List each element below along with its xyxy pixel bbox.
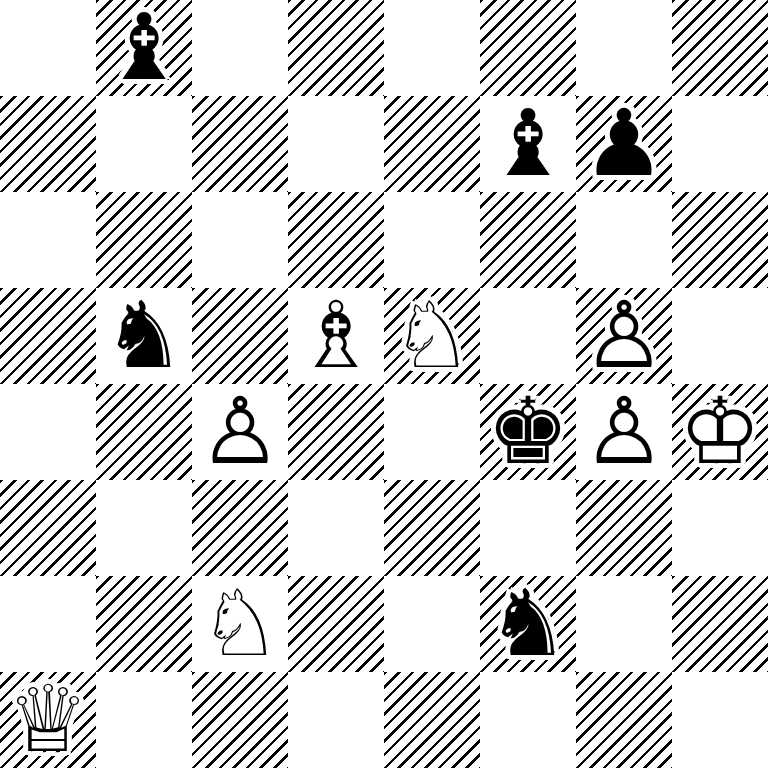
square-d8[interactable] xyxy=(288,0,384,96)
white-king-icon: ♔ xyxy=(672,384,768,480)
white-pawn-icon: ♙ xyxy=(576,288,672,384)
square-a3[interactable] xyxy=(0,480,96,576)
square-d7[interactable] xyxy=(288,96,384,192)
square-c1[interactable] xyxy=(192,672,288,768)
square-c6[interactable] xyxy=(192,192,288,288)
square-b8[interactable]: ♝♝ xyxy=(96,0,192,96)
piece-black-bishop: ♝♝ xyxy=(96,0,192,96)
square-h7[interactable] xyxy=(672,96,768,192)
square-g8[interactable] xyxy=(576,0,672,96)
square-h8[interactable] xyxy=(672,0,768,96)
square-a1[interactable]: ♛♕ xyxy=(0,672,96,768)
square-f4[interactable]: ♚♚ xyxy=(480,384,576,480)
square-d3[interactable] xyxy=(288,480,384,576)
square-d2[interactable] xyxy=(288,576,384,672)
black-knight-icon: ♞ xyxy=(96,288,192,384)
white-queen-icon: ♕ xyxy=(0,672,96,768)
square-e5[interactable]: ♞♘ xyxy=(384,288,480,384)
square-a2[interactable] xyxy=(0,576,96,672)
square-g2[interactable] xyxy=(576,576,672,672)
square-b4[interactable] xyxy=(96,384,192,480)
square-f7[interactable]: ♝♝ xyxy=(480,96,576,192)
square-b7[interactable] xyxy=(96,96,192,192)
black-knight-icon: ♞ xyxy=(480,576,576,672)
square-f1[interactable] xyxy=(480,672,576,768)
piece-white-pawn: ♟♙ xyxy=(576,288,672,384)
piece-white-bishop: ♝♗ xyxy=(288,288,384,384)
square-e7[interactable] xyxy=(384,96,480,192)
chess-diagram: ♝♝♝♝♟♟♞♞♝♗♞♘♟♙♟♙♚♚♟♙♚♔♞♘♞♞♛♕ xyxy=(0,0,768,768)
square-f8[interactable] xyxy=(480,0,576,96)
chess-board: ♝♝♝♝♟♟♞♞♝♗♞♘♟♙♟♙♚♚♟♙♚♔♞♘♞♞♛♕ xyxy=(0,0,768,768)
piece-black-knight: ♞♞ xyxy=(96,288,192,384)
piece-black-knight: ♞♞ xyxy=(480,576,576,672)
square-h3[interactable] xyxy=(672,480,768,576)
square-c8[interactable] xyxy=(192,0,288,96)
square-a7[interactable] xyxy=(0,96,96,192)
black-king-icon: ♚ xyxy=(480,384,576,480)
square-g4[interactable]: ♟♙ xyxy=(576,384,672,480)
square-c3[interactable] xyxy=(192,480,288,576)
square-b2[interactable] xyxy=(96,576,192,672)
square-g7[interactable]: ♟♟ xyxy=(576,96,672,192)
square-c7[interactable] xyxy=(192,96,288,192)
piece-black-bishop: ♝♝ xyxy=(480,96,576,192)
square-d6[interactable] xyxy=(288,192,384,288)
square-e4[interactable] xyxy=(384,384,480,480)
square-e2[interactable] xyxy=(384,576,480,672)
black-bishop-icon: ♝ xyxy=(96,0,192,96)
square-f2[interactable]: ♞♞ xyxy=(480,576,576,672)
square-g5[interactable]: ♟♙ xyxy=(576,288,672,384)
square-b1[interactable] xyxy=(96,672,192,768)
square-e6[interactable] xyxy=(384,192,480,288)
white-pawn-icon: ♙ xyxy=(576,384,672,480)
square-g1[interactable] xyxy=(576,672,672,768)
square-b5[interactable]: ♞♞ xyxy=(96,288,192,384)
square-b3[interactable] xyxy=(96,480,192,576)
square-c5[interactable] xyxy=(192,288,288,384)
square-c2[interactable]: ♞♘ xyxy=(192,576,288,672)
square-h4[interactable]: ♚♔ xyxy=(672,384,768,480)
piece-black-pawn: ♟♟ xyxy=(576,96,672,192)
square-e8[interactable] xyxy=(384,0,480,96)
square-a4[interactable] xyxy=(0,384,96,480)
square-g3[interactable] xyxy=(576,480,672,576)
piece-white-pawn: ♟♙ xyxy=(576,384,672,480)
square-a6[interactable] xyxy=(0,192,96,288)
square-f6[interactable] xyxy=(480,192,576,288)
square-b6[interactable] xyxy=(96,192,192,288)
square-d1[interactable] xyxy=(288,672,384,768)
piece-white-pawn: ♟♙ xyxy=(192,384,288,480)
square-g6[interactable] xyxy=(576,192,672,288)
square-a8[interactable] xyxy=(0,0,96,96)
square-h2[interactable] xyxy=(672,576,768,672)
piece-white-king: ♚♔ xyxy=(672,384,768,480)
piece-white-knight: ♞♘ xyxy=(192,576,288,672)
black-bishop-icon: ♝ xyxy=(480,96,576,192)
square-d5[interactable]: ♝♗ xyxy=(288,288,384,384)
square-d4[interactable] xyxy=(288,384,384,480)
white-bishop-icon: ♗ xyxy=(288,288,384,384)
square-e1[interactable] xyxy=(384,672,480,768)
white-knight-icon: ♘ xyxy=(384,288,480,384)
piece-white-knight: ♞♘ xyxy=(384,288,480,384)
square-e3[interactable] xyxy=(384,480,480,576)
square-h6[interactable] xyxy=(672,192,768,288)
white-pawn-icon: ♙ xyxy=(192,384,288,480)
square-a5[interactable] xyxy=(0,288,96,384)
square-f5[interactable] xyxy=(480,288,576,384)
square-c4[interactable]: ♟♙ xyxy=(192,384,288,480)
black-pawn-icon: ♟ xyxy=(576,96,672,192)
piece-black-king: ♚♚ xyxy=(480,384,576,480)
square-f3[interactable] xyxy=(480,480,576,576)
white-knight-icon: ♘ xyxy=(192,576,288,672)
square-h5[interactable] xyxy=(672,288,768,384)
square-h1[interactable] xyxy=(672,672,768,768)
piece-white-queen: ♛♕ xyxy=(0,672,96,768)
